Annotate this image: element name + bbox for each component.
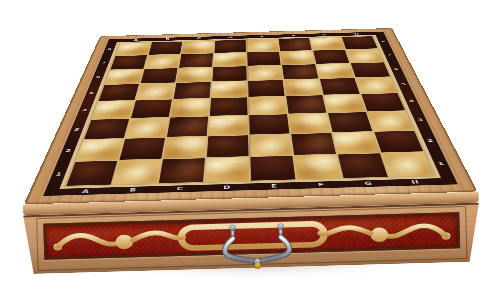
square-g6[interactable] (316, 63, 354, 78)
square-c5[interactable] (174, 82, 211, 99)
square-b8[interactable] (149, 42, 183, 55)
square-a1[interactable] (66, 161, 117, 186)
file-label-g-near: G (344, 180, 393, 188)
square-a4[interactable] (92, 101, 135, 119)
square-d4[interactable] (210, 97, 248, 115)
square-a8[interactable] (116, 42, 151, 55)
square-e4[interactable] (249, 96, 287, 114)
square-b1[interactable] (113, 160, 162, 185)
square-e2[interactable] (250, 134, 292, 156)
square-c1[interactable] (159, 158, 205, 183)
square-g5[interactable] (320, 78, 360, 95)
square-b2[interactable] (119, 137, 165, 159)
file-label-e-near: E (250, 182, 298, 190)
file-label-c-near: C (156, 185, 204, 193)
square-e3[interactable] (249, 114, 289, 134)
square-h3[interactable] (368, 111, 414, 131)
square-h1[interactable] (382, 152, 434, 177)
file-label-h-near: H (390, 178, 440, 186)
square-b5[interactable] (136, 83, 175, 100)
square-d2[interactable] (207, 135, 249, 157)
square-h7[interactable] (346, 49, 383, 63)
handle-bail (225, 237, 290, 266)
square-a6[interactable] (105, 69, 143, 84)
square-g7[interactable] (313, 50, 349, 64)
square-c4[interactable] (170, 98, 209, 116)
square-h2[interactable] (374, 130, 423, 152)
square-g1[interactable] (338, 153, 388, 178)
file-label-a-near: A (61, 187, 110, 195)
board-top-surface: ABCDEFGH ABCDEFGH 87654321 87654321 (24, 28, 478, 204)
square-f7[interactable] (280, 51, 315, 65)
square-d7[interactable] (213, 52, 246, 66)
square-c2[interactable] (163, 136, 206, 158)
square-a2[interactable] (76, 139, 124, 161)
handle-posts (229, 224, 283, 241)
square-f8[interactable] (279, 38, 312, 51)
square-e7[interactable] (247, 51, 280, 65)
photo-stage: ABCDEFGH ABCDEFGH 87654321 87654321 (0, 0, 500, 291)
square-f6[interactable] (282, 64, 318, 79)
square-b3[interactable] (126, 118, 169, 138)
square-h4[interactable] (361, 93, 405, 111)
square-c8[interactable] (182, 41, 214, 54)
square-e5[interactable] (248, 80, 284, 97)
file-label-d-near: D (203, 183, 250, 191)
square-h8[interactable] (342, 36, 378, 49)
square-h6[interactable] (351, 62, 390, 77)
square-f4[interactable] (286, 95, 326, 113)
square-c6[interactable] (176, 67, 211, 82)
square-b6[interactable] (141, 68, 178, 83)
square-e6[interactable] (248, 65, 283, 80)
board-inner-frame (60, 35, 442, 189)
square-d5[interactable] (211, 81, 247, 98)
square-c3[interactable] (167, 116, 208, 136)
square-a7[interactable] (110, 55, 147, 69)
board-top-scene: ABCDEFGH ABCDEFGH 87654321 87654321 (18, 22, 479, 205)
square-g2[interactable] (333, 132, 380, 154)
file-label-b-near: B (108, 186, 157, 194)
square-c7[interactable] (179, 53, 213, 67)
square-a3[interactable] (84, 119, 129, 139)
square-g3[interactable] (328, 112, 372, 132)
square-d1[interactable] (205, 157, 249, 182)
chess-box: ABCDEFGH ABCDEFGH 87654321 87654321 (18, 22, 481, 277)
square-b4[interactable] (131, 99, 172, 117)
drawer-handle[interactable] (210, 222, 303, 271)
square-f5[interactable] (284, 79, 322, 96)
square-b7[interactable] (145, 54, 180, 68)
square-d8[interactable] (214, 40, 246, 53)
handle-amber-bead (254, 262, 260, 269)
file-label-f-near: F (297, 181, 345, 189)
square-e1[interactable] (250, 156, 295, 181)
square-g8[interactable] (310, 37, 344, 50)
square-d6[interactable] (212, 66, 246, 81)
square-h5[interactable] (356, 77, 397, 94)
square-a5[interactable] (99, 84, 139, 101)
square-g4[interactable] (324, 94, 366, 112)
square-f2[interactable] (291, 133, 336, 155)
square-f3[interactable] (289, 113, 331, 133)
square-e8[interactable] (247, 39, 279, 52)
square-d3[interactable] (208, 115, 248, 135)
square-f1[interactable] (294, 155, 341, 180)
